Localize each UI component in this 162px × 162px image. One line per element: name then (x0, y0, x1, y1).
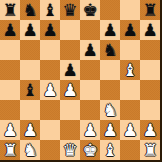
square-h7[interactable]: ♟ (140, 20, 160, 40)
square-a1[interactable]: ♜ (0, 140, 20, 160)
square-g3[interactable] (120, 100, 140, 120)
square-g7[interactable]: ♟ (120, 20, 140, 40)
square-d2[interactable] (60, 120, 80, 140)
square-e6[interactable]: ♟ (80, 40, 100, 60)
square-b2[interactable]: ♟ (20, 120, 40, 140)
white-queen-piece[interactable]: ♛ (62, 140, 77, 160)
square-g6[interactable] (120, 40, 140, 60)
square-d5[interactable]: ♟ (60, 60, 80, 80)
square-b8[interactable]: ♞ (20, 0, 40, 20)
square-c6[interactable] (40, 40, 60, 60)
square-f1[interactable]: ♝ (100, 140, 120, 160)
square-f5[interactable] (100, 60, 120, 80)
square-c7[interactable]: ♟ (40, 20, 60, 40)
square-e2[interactable]: ♟ (80, 120, 100, 140)
square-a8[interactable]: ♜ (0, 0, 20, 20)
black-rook-piece[interactable]: ♜ (142, 0, 157, 20)
square-d3[interactable] (60, 100, 80, 120)
black-rook-piece[interactable]: ♜ (2, 0, 17, 20)
square-e7[interactable] (80, 20, 100, 40)
square-h5[interactable] (140, 60, 160, 80)
square-f8[interactable] (100, 0, 120, 20)
square-c4[interactable]: ♟ (40, 80, 60, 100)
square-f7[interactable]: ♟ (100, 20, 120, 40)
square-h1[interactable]: ♜ (140, 140, 160, 160)
square-g5[interactable]: ♝ (120, 60, 140, 80)
square-g8[interactable] (120, 0, 140, 20)
square-a6[interactable] (0, 40, 20, 60)
square-h4[interactable] (140, 80, 160, 100)
black-knight-piece[interactable]: ♞ (102, 40, 117, 60)
square-e1[interactable]: ♚ (80, 140, 100, 160)
square-f4[interactable] (100, 80, 120, 100)
white-rook-piece[interactable]: ♜ (2, 140, 17, 160)
square-f6[interactable]: ♞ (100, 40, 120, 60)
black-pawn-piece[interactable]: ♟ (42, 20, 57, 40)
white-pawn-piece[interactable]: ♟ (122, 120, 137, 140)
square-d4[interactable]: ♟ (60, 80, 80, 100)
black-pawn-piece[interactable]: ♟ (102, 20, 117, 40)
square-f2[interactable]: ♟ (100, 120, 120, 140)
white-knight-piece[interactable]: ♞ (22, 140, 37, 160)
square-h8[interactable]: ♜ (140, 0, 160, 20)
square-d1[interactable]: ♛ (60, 140, 80, 160)
square-a5[interactable] (0, 60, 20, 80)
square-a7[interactable]: ♟ (0, 20, 20, 40)
square-h3[interactable] (140, 100, 160, 120)
square-g1[interactable] (120, 140, 140, 160)
square-b3[interactable] (20, 100, 40, 120)
black-knight-piece[interactable]: ♞ (22, 0, 37, 20)
white-pawn-piece[interactable]: ♟ (102, 120, 117, 140)
square-b4[interactable]: ♝ (20, 80, 40, 100)
white-pawn-piece[interactable]: ♟ (2, 120, 17, 140)
square-f3[interactable]: ♞ (100, 100, 120, 120)
square-e4[interactable] (80, 80, 100, 100)
white-pawn-piece[interactable]: ♟ (22, 120, 37, 140)
square-b7[interactable]: ♟ (20, 20, 40, 40)
square-h6[interactable] (140, 40, 160, 60)
square-e8[interactable]: ♚ (80, 0, 100, 20)
black-bishop-piece[interactable]: ♝ (42, 0, 57, 20)
square-b6[interactable] (20, 40, 40, 60)
black-pawn-piece[interactable]: ♟ (142, 20, 157, 40)
chess-board: ♜♞♝♛♚♜♟♟♟♟♟♟♟♞♟♝♝♟♟♞♟♟♟♟♟♟♜♞♛♚♝♜ (0, 0, 162, 162)
square-d8[interactable]: ♛ (60, 0, 80, 20)
white-bishop-piece[interactable]: ♝ (122, 60, 137, 80)
square-b5[interactable] (20, 60, 40, 80)
black-pawn-piece[interactable]: ♟ (62, 60, 77, 80)
white-bishop-piece[interactable]: ♝ (102, 140, 117, 160)
white-pawn-piece[interactable]: ♟ (82, 120, 97, 140)
square-g4[interactable] (120, 80, 140, 100)
square-e5[interactable] (80, 60, 100, 80)
black-pawn-piece[interactable]: ♟ (122, 20, 137, 40)
square-b1[interactable]: ♞ (20, 140, 40, 160)
square-c5[interactable] (40, 60, 60, 80)
chess-board-window: ♜♞♝♛♚♜♟♟♟♟♟♟♟♞♟♝♝♟♟♞♟♟♟♟♟♟♜♞♛♚♝♜ (0, 0, 162, 162)
square-c3[interactable] (40, 100, 60, 120)
square-a4[interactable] (0, 80, 20, 100)
square-a3[interactable] (0, 100, 20, 120)
white-knight-piece[interactable]: ♞ (102, 100, 117, 120)
square-g2[interactable]: ♟ (120, 120, 140, 140)
square-d7[interactable] (60, 20, 80, 40)
square-c1[interactable] (40, 140, 60, 160)
square-e3[interactable] (80, 100, 100, 120)
square-c2[interactable] (40, 120, 60, 140)
black-king-piece[interactable]: ♚ (82, 0, 97, 20)
white-pawn-piece[interactable]: ♟ (62, 80, 77, 100)
square-h2[interactable]: ♟ (140, 120, 160, 140)
white-king-piece[interactable]: ♚ (82, 140, 97, 160)
white-pawn-piece[interactable]: ♟ (42, 80, 57, 100)
square-c8[interactable]: ♝ (40, 0, 60, 20)
black-bishop-piece[interactable]: ♝ (22, 80, 37, 100)
white-pawn-piece[interactable]: ♟ (142, 120, 157, 140)
square-d6[interactable] (60, 40, 80, 60)
white-rook-piece[interactable]: ♜ (142, 140, 157, 160)
black-pawn-piece[interactable]: ♟ (2, 20, 17, 40)
black-pawn-piece[interactable]: ♟ (82, 40, 97, 60)
black-queen-piece[interactable]: ♛ (62, 0, 77, 20)
black-pawn-piece[interactable]: ♟ (22, 20, 37, 40)
square-a2[interactable]: ♟ (0, 120, 20, 140)
